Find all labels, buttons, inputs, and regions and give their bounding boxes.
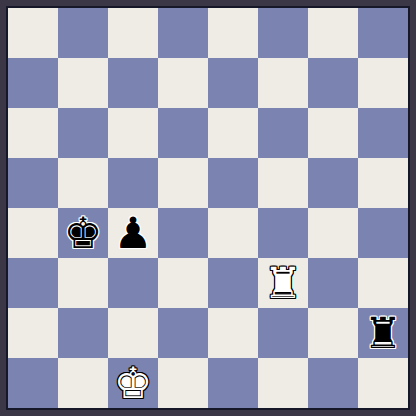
square-c8[interactable] [108, 8, 158, 58]
square-a2[interactable] [8, 308, 58, 358]
square-f6[interactable] [258, 108, 308, 158]
square-a5[interactable] [8, 158, 58, 208]
square-d7[interactable] [158, 58, 208, 108]
square-b2[interactable] [58, 308, 108, 358]
square-b4[interactable]: ♚ [58, 208, 108, 258]
chessboard: ♚♟♜♜♚ [8, 8, 408, 408]
square-e7[interactable] [208, 58, 258, 108]
square-d2[interactable] [158, 308, 208, 358]
square-e5[interactable] [208, 158, 258, 208]
square-e2[interactable] [208, 308, 258, 358]
square-f3[interactable]: ♜ [258, 258, 308, 308]
square-a3[interactable] [8, 258, 58, 308]
black-pawn[interactable]: ♟ [114, 208, 153, 258]
black-king[interactable]: ♚ [64, 208, 103, 258]
square-f4[interactable] [258, 208, 308, 258]
square-h2[interactable]: ♜ [358, 308, 408, 358]
square-c3[interactable] [108, 258, 158, 308]
square-c4[interactable]: ♟ [108, 208, 158, 258]
black-rook[interactable]: ♜ [364, 308, 403, 358]
square-d1[interactable] [158, 358, 208, 408]
square-d5[interactable] [158, 158, 208, 208]
square-b5[interactable] [58, 158, 108, 208]
square-a8[interactable] [8, 8, 58, 58]
square-b6[interactable] [58, 108, 108, 158]
square-c1[interactable]: ♚ [108, 358, 158, 408]
square-h6[interactable] [358, 108, 408, 158]
square-b7[interactable] [58, 58, 108, 108]
square-e8[interactable] [208, 8, 258, 58]
square-h1[interactable] [358, 358, 408, 408]
square-f2[interactable] [258, 308, 308, 358]
square-f8[interactable] [258, 8, 308, 58]
square-g2[interactable] [308, 308, 358, 358]
square-h8[interactable] [358, 8, 408, 58]
white-king[interactable]: ♚ [114, 358, 153, 408]
square-e3[interactable] [208, 258, 258, 308]
square-e1[interactable] [208, 358, 258, 408]
square-c6[interactable] [108, 108, 158, 158]
square-a6[interactable] [8, 108, 58, 158]
chessboard-inner-border: ♚♟♜♜♚ [6, 6, 410, 410]
square-f7[interactable] [258, 58, 308, 108]
square-d8[interactable] [158, 8, 208, 58]
square-f1[interactable] [258, 358, 308, 408]
chessboard-frame: ♚♟♜♜♚ [0, 0, 416, 416]
square-b1[interactable] [58, 358, 108, 408]
square-a4[interactable] [8, 208, 58, 258]
square-f5[interactable] [258, 158, 308, 208]
square-g5[interactable] [308, 158, 358, 208]
square-g8[interactable] [308, 8, 358, 58]
square-h7[interactable] [358, 58, 408, 108]
square-b8[interactable] [58, 8, 108, 58]
square-a7[interactable] [8, 58, 58, 108]
square-h4[interactable] [358, 208, 408, 258]
white-rook[interactable]: ♜ [264, 258, 303, 308]
square-c5[interactable] [108, 158, 158, 208]
square-h3[interactable] [358, 258, 408, 308]
square-e4[interactable] [208, 208, 258, 258]
square-g1[interactable] [308, 358, 358, 408]
square-h5[interactable] [358, 158, 408, 208]
square-g6[interactable] [308, 108, 358, 158]
square-d4[interactable] [158, 208, 208, 258]
square-d6[interactable] [158, 108, 208, 158]
square-g3[interactable] [308, 258, 358, 308]
square-c2[interactable] [108, 308, 158, 358]
square-c7[interactable] [108, 58, 158, 108]
square-g7[interactable] [308, 58, 358, 108]
square-g4[interactable] [308, 208, 358, 258]
square-b3[interactable] [58, 258, 108, 308]
square-e6[interactable] [208, 108, 258, 158]
square-a1[interactable] [8, 358, 58, 408]
square-d3[interactable] [158, 258, 208, 308]
